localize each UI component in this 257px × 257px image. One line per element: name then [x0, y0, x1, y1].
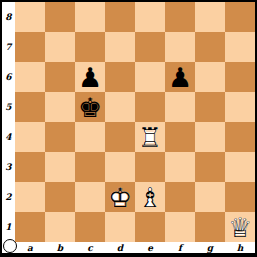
square-b7[interactable] — [45, 32, 75, 62]
square-c3[interactable] — [75, 152, 105, 182]
square-c7[interactable] — [75, 32, 105, 62]
square-g3[interactable] — [195, 152, 225, 182]
square-g8[interactable] — [195, 2, 225, 32]
square-f1[interactable] — [165, 212, 195, 242]
chess-diagram-frame: 87654321 ♟♟♚♜♖♚♔♝♗♛♕ abcdefgh — [0, 0, 257, 257]
rank-label-4: 4 — [2, 122, 15, 152]
white-queen-glyph: ♕ — [225, 212, 255, 242]
square-h2[interactable] — [225, 182, 255, 212]
square-e8[interactable] — [135, 2, 165, 32]
square-a7[interactable] — [15, 32, 45, 62]
chess-board[interactable]: ♟♟♚♜♖♚♔♝♗♛♕ — [15, 2, 255, 242]
square-a6[interactable] — [15, 62, 45, 92]
square-d1[interactable] — [105, 212, 135, 242]
square-f5[interactable] — [165, 92, 195, 122]
black-pawn-glyph: ♟ — [165, 62, 195, 92]
white-rook-glyph: ♖ — [135, 122, 165, 152]
white-bishop[interactable]: ♝♗ — [135, 182, 165, 212]
white-queen[interactable]: ♛♕ — [225, 212, 255, 242]
square-a3[interactable] — [15, 152, 45, 182]
square-f6[interactable]: ♟ — [165, 62, 195, 92]
black-pawn[interactable]: ♟ — [75, 62, 105, 92]
square-a5[interactable] — [15, 92, 45, 122]
square-h7[interactable] — [225, 32, 255, 62]
square-d2[interactable]: ♚♔ — [105, 182, 135, 212]
rank-label-7: 7 — [2, 32, 15, 62]
square-d5[interactable] — [105, 92, 135, 122]
rank-label-3: 3 — [2, 152, 15, 182]
square-e2[interactable]: ♝♗ — [135, 182, 165, 212]
file-label-h: h — [225, 242, 255, 253]
square-e4[interactable]: ♜♖ — [135, 122, 165, 152]
black-pawn[interactable]: ♟ — [165, 62, 195, 92]
square-e6[interactable] — [135, 62, 165, 92]
square-e7[interactable] — [135, 32, 165, 62]
black-pawn-glyph: ♟ — [75, 62, 105, 92]
file-label-e: e — [135, 242, 165, 253]
square-e3[interactable] — [135, 152, 165, 182]
rank-labels-column: 87654321 — [2, 2, 15, 242]
rank-label-8: 8 — [2, 2, 15, 32]
file-label-a: a — [15, 242, 45, 253]
square-d4[interactable] — [105, 122, 135, 152]
square-b3[interactable] — [45, 152, 75, 182]
square-g4[interactable] — [195, 122, 225, 152]
file-label-b: b — [45, 242, 75, 253]
file-labels-row: abcdefgh — [2, 242, 255, 253]
square-g6[interactable] — [195, 62, 225, 92]
square-f3[interactable] — [165, 152, 195, 182]
file-labels: abcdefgh — [15, 242, 255, 253]
square-e5[interactable] — [135, 92, 165, 122]
square-a1[interactable] — [15, 212, 45, 242]
square-d6[interactable] — [105, 62, 135, 92]
square-h4[interactable] — [225, 122, 255, 152]
rank-label-6: 6 — [2, 62, 15, 92]
square-e1[interactable] — [135, 212, 165, 242]
square-b2[interactable] — [45, 182, 75, 212]
square-c2[interactable] — [75, 182, 105, 212]
file-label-d: d — [105, 242, 135, 253]
square-b8[interactable] — [45, 2, 75, 32]
square-b5[interactable] — [45, 92, 75, 122]
white-bishop-glyph: ♗ — [135, 182, 165, 212]
square-f2[interactable] — [165, 182, 195, 212]
square-c6[interactable]: ♟ — [75, 62, 105, 92]
rank-label-5: 5 — [2, 92, 15, 122]
square-d7[interactable] — [105, 32, 135, 62]
square-h5[interactable] — [225, 92, 255, 122]
square-g1[interactable] — [195, 212, 225, 242]
square-h8[interactable] — [225, 2, 255, 32]
square-f8[interactable] — [165, 2, 195, 32]
white-rook[interactable]: ♜♖ — [135, 122, 165, 152]
white-king-glyph: ♔ — [105, 182, 135, 212]
square-a4[interactable] — [15, 122, 45, 152]
square-d8[interactable] — [105, 2, 135, 32]
file-label-f: f — [165, 242, 195, 253]
black-king[interactable]: ♚ — [75, 92, 105, 122]
square-g7[interactable] — [195, 32, 225, 62]
square-c5[interactable]: ♚ — [75, 92, 105, 122]
square-c4[interactable] — [75, 122, 105, 152]
square-h6[interactable] — [225, 62, 255, 92]
square-b1[interactable] — [45, 212, 75, 242]
white-king[interactable]: ♚♔ — [105, 182, 135, 212]
square-a2[interactable] — [15, 182, 45, 212]
square-b4[interactable] — [45, 122, 75, 152]
file-label-g: g — [195, 242, 225, 253]
square-h1[interactable]: ♛♕ — [225, 212, 255, 242]
square-c8[interactable] — [75, 2, 105, 32]
square-h3[interactable] — [225, 152, 255, 182]
rank-label-2: 2 — [2, 182, 15, 212]
square-f7[interactable] — [165, 32, 195, 62]
square-b6[interactable] — [45, 62, 75, 92]
rank-label-1: 1 — [2, 212, 15, 242]
file-label-c: c — [75, 242, 105, 253]
square-d3[interactable] — [105, 152, 135, 182]
square-g2[interactable] — [195, 182, 225, 212]
square-c1[interactable] — [75, 212, 105, 242]
black-king-glyph: ♚ — [75, 92, 105, 122]
square-f4[interactable] — [165, 122, 195, 152]
square-a8[interactable] — [15, 2, 45, 32]
white-to-move-indicator — [3, 239, 17, 253]
square-g5[interactable] — [195, 92, 225, 122]
